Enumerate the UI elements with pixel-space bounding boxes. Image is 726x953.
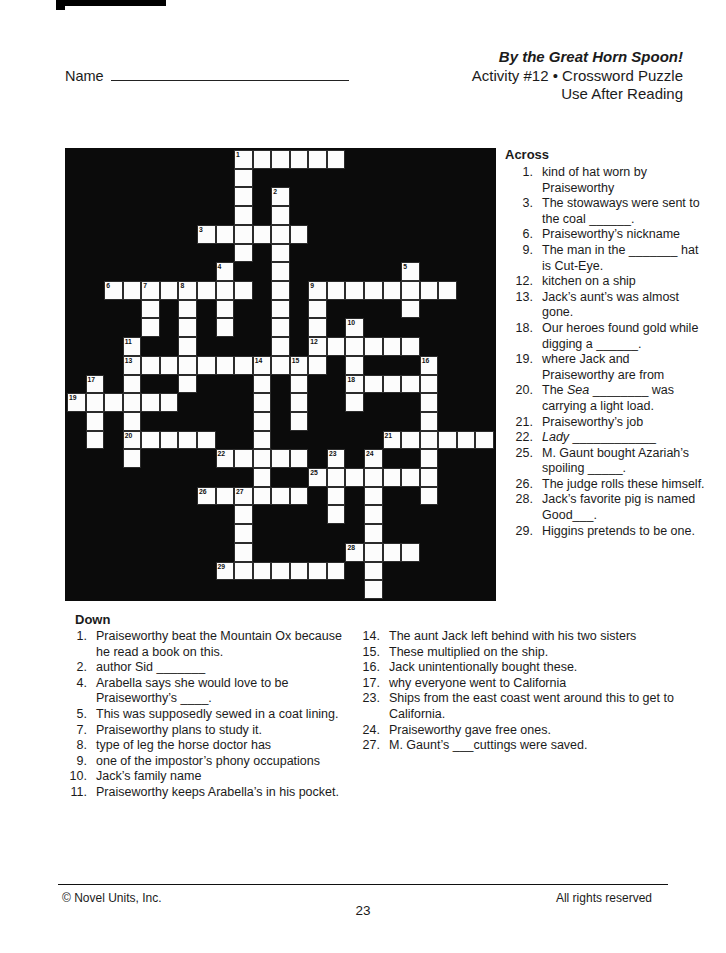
- down-clues-right: 14.The aunt Jack left behind with his tw…: [352, 629, 694, 754]
- grid-cell[interactable]: [234, 187, 253, 206]
- clue-item-number: 16.: [352, 660, 380, 676]
- grid-cell[interactable]: [234, 562, 253, 581]
- grid-cell[interactable]: 28: [345, 543, 364, 562]
- grid-cell[interactable]: [420, 487, 439, 506]
- grid-cell[interactable]: [178, 356, 197, 375]
- grid-cell[interactable]: [141, 300, 160, 319]
- grid-cell[interactable]: [308, 562, 327, 581]
- grid-cell[interactable]: 1: [234, 150, 253, 169]
- grid-cell[interactable]: 27: [234, 487, 253, 506]
- clue-item-number: 11.: [59, 785, 87, 801]
- grid-cell[interactable]: [271, 206, 290, 225]
- clue-number: 11: [125, 338, 132, 346]
- grid-cell[interactable]: [290, 412, 309, 431]
- clue-item-text: Praiseworthy keeps Arabella’s in his poc…: [96, 785, 339, 799]
- grid-cell[interactable]: 24: [364, 449, 383, 468]
- clue-item: 1.Praiseworthy beat the Mountain Ox beca…: [59, 629, 359, 660]
- clue-number: 5: [403, 263, 407, 271]
- grid-cell[interactable]: [308, 356, 327, 375]
- grid-cell[interactable]: [271, 356, 290, 375]
- grid-cell[interactable]: [475, 431, 494, 450]
- clue-item-text: The judge rolls these himself.: [542, 477, 705, 491]
- clue-item-number: 15.: [352, 645, 380, 661]
- grid-cell[interactable]: [253, 487, 272, 506]
- clue-number: 19: [69, 394, 77, 402]
- clue-number: 16: [422, 357, 430, 365]
- grid-cell[interactable]: [271, 300, 290, 319]
- grid-cell[interactable]: 22: [216, 449, 235, 468]
- clue-item: 29.Higgins pretends to be one.: [505, 524, 705, 540]
- grid-cell[interactable]: [234, 505, 253, 524]
- clue-number: 4: [218, 263, 222, 271]
- grid-cell[interactable]: [345, 337, 364, 356]
- grid-cell[interactable]: [420, 412, 439, 431]
- grid-cell[interactable]: [290, 487, 309, 506]
- grid-cell[interactable]: [253, 468, 272, 487]
- grid-cell[interactable]: [308, 150, 327, 169]
- clue-item: 13.Jack’s aunt’s was almost gone.: [505, 290, 705, 321]
- grid-cell[interactable]: [457, 431, 476, 450]
- clue-item: 7.Praiseworthy plans to study it.: [59, 723, 359, 739]
- grid-cell[interactable]: [401, 337, 420, 356]
- grid-cell[interactable]: [364, 580, 383, 599]
- grid-cell[interactable]: [123, 393, 142, 412]
- grid-cell[interactable]: [327, 562, 346, 581]
- clue-number: 17: [88, 376, 96, 384]
- grid-cell[interactable]: [123, 412, 142, 431]
- grid-cell[interactable]: [364, 487, 383, 506]
- grid-cell[interactable]: [420, 449, 439, 468]
- grid-cell[interactable]: [327, 281, 346, 300]
- clue-item-number: 5.: [59, 707, 87, 723]
- grid-cell[interactable]: [216, 487, 235, 506]
- clue-number: 29: [218, 563, 226, 571]
- clue-item-text: These multiplied on the ship.: [389, 645, 548, 659]
- clue-item-text: one of the impostor’s phony occupations: [96, 754, 320, 768]
- clue-item-text: kitchen on a ship: [542, 274, 636, 288]
- grid-cell[interactable]: [178, 337, 197, 356]
- clue-item: 9.The man in the _______ hat is Cut-Eye.: [505, 243, 705, 274]
- clue-item: 6.Praiseworthy’s nickname: [505, 227, 705, 243]
- clue-number: 15: [292, 357, 300, 365]
- clue-number: 6: [106, 282, 110, 290]
- grid-cell[interactable]: [327, 337, 346, 356]
- clue-item-number: 29.: [505, 524, 533, 540]
- grid-cell[interactable]: [271, 262, 290, 281]
- clue-number: 3: [199, 226, 203, 234]
- clue-number: 12: [310, 338, 318, 346]
- grid-cell[interactable]: [345, 356, 364, 375]
- clue-number: 23: [329, 450, 337, 458]
- grid-cell[interactable]: [234, 449, 253, 468]
- down-title: Down: [75, 612, 110, 627]
- grid-cell[interactable]: [308, 318, 327, 337]
- clue-item-text: author Sid _______: [96, 660, 205, 674]
- clue-item: 14.The aunt Jack left behind with his tw…: [352, 629, 694, 645]
- grid-cell[interactable]: [197, 431, 216, 450]
- grid-cell[interactable]: [271, 244, 290, 263]
- use-after-reading: Use After Reading: [472, 85, 683, 104]
- clue-item-text: where Jack and Praiseworthy are from: [542, 352, 664, 382]
- crossword-grid: 1234567891011121314151617181920212223242…: [65, 148, 496, 601]
- grid-cell[interactable]: [345, 393, 364, 412]
- grid-cell[interactable]: [216, 300, 235, 319]
- grid-cell[interactable]: [438, 431, 457, 450]
- grid-cell[interactable]: [420, 431, 439, 450]
- clue-number: 7: [143, 282, 147, 290]
- grid-cell[interactable]: 10: [345, 318, 364, 337]
- clue-number: 10: [347, 319, 355, 327]
- grid-cell[interactable]: [234, 244, 253, 263]
- grid-cell[interactable]: [401, 543, 420, 562]
- clue-number: 26: [199, 488, 207, 496]
- clue-item: 8.type of leg the horse doctor has: [59, 738, 359, 754]
- clue-item: 15.These multiplied on the ship.: [352, 645, 694, 661]
- clue-item-number: 1.: [59, 629, 87, 645]
- clue-number: 22: [218, 450, 226, 458]
- clue-item-number: 13.: [505, 290, 533, 306]
- clue-item-text: Higgins pretends to be one.: [542, 524, 695, 538]
- grid-cell[interactable]: 21: [383, 431, 402, 450]
- clue-item-number: 4.: [59, 676, 87, 692]
- grid-cell[interactable]: 20: [123, 431, 142, 450]
- clue-item-text: Praiseworthy plans to study it.: [96, 723, 262, 737]
- grid-cell[interactable]: [420, 375, 439, 394]
- grid-cell[interactable]: [364, 281, 383, 300]
- grid-cell[interactable]: 26: [197, 487, 216, 506]
- grid-cell[interactable]: [401, 300, 420, 319]
- clue-item-text: M. Gaunt bought Azariah’s spoiling _____…: [542, 446, 689, 476]
- grid-cell[interactable]: 15: [290, 356, 309, 375]
- clue-item-number: 9.: [59, 754, 87, 770]
- grid-cell[interactable]: [383, 375, 402, 394]
- clue-item-number: 6.: [505, 227, 533, 243]
- grid-cell[interactable]: [401, 281, 420, 300]
- clue-item-text: Praiseworthy’s nickname: [542, 227, 680, 241]
- clue-item: 10.Jack’s family name: [59, 769, 359, 785]
- grid-cell[interactable]: [345, 468, 364, 487]
- clue-item-text: Praiseworthy gave free ones.: [389, 723, 551, 737]
- grid-cell[interactable]: 16: [420, 356, 439, 375]
- across-clue-list: Across 1.kind of hat worn by Praiseworth…: [505, 147, 705, 539]
- clue-number: 13: [125, 357, 133, 365]
- clue-item: 16.Jack unintentionally bought these.: [352, 660, 694, 676]
- clue-number: 24: [366, 450, 374, 458]
- clue-item-text: Arabella says she would love to be Prais…: [96, 676, 288, 706]
- clue-item: 28.Jack’s favorite pig is named Good___.: [505, 492, 705, 523]
- grid-cell[interactable]: [383, 281, 402, 300]
- clue-number: 18: [347, 376, 355, 384]
- grid-cell[interactable]: [383, 468, 402, 487]
- clue-item: 4.Arabella says she would love to be Pra…: [59, 676, 359, 707]
- clue-number: 2: [273, 188, 277, 196]
- grid-cell[interactable]: [141, 356, 160, 375]
- grid-cell[interactable]: 4: [216, 262, 235, 281]
- clue-item: 23.Ships from the east coast went around…: [352, 691, 694, 722]
- activity-line: Activity #12 • Crossword Puzzle: [472, 67, 683, 86]
- book-title: By the Great Horn Spoon!: [472, 48, 683, 67]
- grid-cell[interactable]: [234, 206, 253, 225]
- clue-item-number: 8.: [59, 738, 87, 754]
- grid-cell[interactable]: [123, 281, 142, 300]
- clue-item-number: 21.: [505, 415, 533, 431]
- grid-cell[interactable]: [364, 375, 383, 394]
- grid-cell[interactable]: [271, 487, 290, 506]
- clue-item-number: 7.: [59, 723, 87, 739]
- grid-cell[interactable]: [364, 524, 383, 543]
- clue-item-number: 10.: [59, 769, 87, 785]
- clue-item: 18.Our heroes found gold while digging a…: [505, 321, 705, 352]
- clue-item-text: Lady ____________: [542, 430, 656, 444]
- grid-cell[interactable]: [141, 393, 160, 412]
- grid-cell[interactable]: 5: [401, 262, 420, 281]
- clue-item: 24.Praiseworthy gave free ones.: [352, 723, 694, 739]
- grid-cell[interactable]: 23: [327, 449, 346, 468]
- grid-cell[interactable]: [104, 393, 123, 412]
- grid-cell[interactable]: [290, 562, 309, 581]
- grid-cell[interactable]: [160, 356, 179, 375]
- clue-item-text: Praiseworthy’s job: [542, 415, 643, 429]
- clue-item-number: 23.: [352, 691, 380, 707]
- grid-cell[interactable]: [271, 449, 290, 468]
- grid-cell[interactable]: [401, 468, 420, 487]
- grid-cell[interactable]: [327, 150, 346, 169]
- grid-cell[interactable]: [234, 281, 253, 300]
- grid-cell[interactable]: [234, 524, 253, 543]
- clue-number: 28: [347, 544, 355, 552]
- clue-item-text: M. Gaunt’s ___cuttings were saved.: [389, 738, 588, 752]
- grid-cell[interactable]: [420, 393, 439, 412]
- clue-item: 9.one of the impostor’s phony occupation…: [59, 754, 359, 770]
- grid-cell[interactable]: [141, 431, 160, 450]
- clue-item: 26.The judge rolls these himself.: [505, 477, 705, 493]
- clue-item-text: Praiseworthy beat the Mountain Ox becaus…: [96, 629, 342, 659]
- grid-cell[interactable]: [327, 468, 346, 487]
- grid-cell[interactable]: [345, 281, 364, 300]
- clue-number: 25: [310, 469, 318, 477]
- grid-cell[interactable]: 2: [271, 187, 290, 206]
- grid-cell[interactable]: [253, 562, 272, 581]
- grid-cell[interactable]: 29: [216, 562, 235, 581]
- grid-cell[interactable]: [290, 375, 309, 394]
- clue-item-number: 1.: [505, 165, 533, 181]
- clue-item: 1.kind of hat worn by Praiseworthy: [505, 165, 705, 196]
- grid-cell[interactable]: [401, 375, 420, 394]
- grid-cell[interactable]: [178, 300, 197, 319]
- clue-number: 9: [310, 282, 314, 290]
- clue-item: 19.where Jack and Praiseworthy are from: [505, 352, 705, 383]
- clue-item-text: The Sea ________ was carrying a light lo…: [542, 383, 674, 413]
- grid-cell[interactable]: 13: [123, 356, 142, 375]
- grid-cell[interactable]: [86, 412, 105, 431]
- clue-item-text: Jack unintentionally bought these.: [389, 660, 577, 674]
- clue-item-number: 24.: [352, 723, 380, 739]
- grid-cell[interactable]: [253, 150, 272, 169]
- clue-item-number: 22.: [505, 430, 533, 446]
- grid-cell[interactable]: 25: [308, 468, 327, 487]
- grid-cell[interactable]: [364, 543, 383, 562]
- clue-number: 27: [236, 488, 244, 496]
- clue-number: 21: [385, 432, 393, 440]
- grid-cell[interactable]: 11: [123, 337, 142, 356]
- clue-item-number: 28.: [505, 492, 533, 508]
- grid-cell[interactable]: [123, 449, 142, 468]
- clue-item-text: Our heroes found gold while digging a __…: [542, 321, 698, 351]
- clue-item: 21.Praiseworthy’s job: [505, 415, 705, 431]
- clue-item-number: 2.: [59, 660, 87, 676]
- clue-item-text: This was supposedly sewed in a coat lini…: [96, 707, 339, 721]
- grid-cell[interactable]: 7: [141, 281, 160, 300]
- name-label: Name: [65, 68, 104, 84]
- grid-cell[interactable]: [123, 375, 142, 394]
- clue-item-text: The aunt Jack left behind with his two s…: [389, 629, 636, 643]
- clue-number: 20: [125, 432, 133, 440]
- grid-cell[interactable]: [271, 150, 290, 169]
- grid-cell[interactable]: [234, 356, 253, 375]
- worksheet-title-block: By the Great Horn Spoon! Activity #12 • …: [472, 48, 683, 104]
- grid-cell[interactable]: [271, 562, 290, 581]
- clue-item: 22.Lady ____________: [505, 430, 705, 446]
- worksheet-page: Name By the Great Horn Spoon! Activity #…: [0, 0, 726, 953]
- grid-cell[interactable]: [253, 449, 272, 468]
- grid-cell[interactable]: [290, 449, 309, 468]
- grid-cell[interactable]: 12: [308, 337, 327, 356]
- clue-item: 12.kitchen on a ship: [505, 274, 705, 290]
- grid-cell[interactable]: [216, 225, 235, 244]
- grid-cell[interactable]: [234, 169, 253, 188]
- clue-item-number: 14.: [352, 629, 380, 645]
- grid-cell[interactable]: [271, 337, 290, 356]
- clue-number: 14: [255, 357, 263, 365]
- grid-cell[interactable]: [197, 356, 216, 375]
- grid-cell[interactable]: [327, 505, 346, 524]
- clue-item: 5.This was supposedly sewed in a coat li…: [59, 707, 359, 723]
- clue-item-text: kind of hat worn by Praiseworthy: [542, 165, 647, 195]
- footer-rule: [58, 884, 668, 885]
- across-clues: 1.kind of hat worn by Praiseworthy3.The …: [505, 165, 705, 539]
- grid-cell[interactable]: [290, 225, 309, 244]
- name-row: Name: [65, 66, 349, 84]
- clue-item-text: Jack’s favorite pig is named Good___.: [542, 492, 695, 522]
- clue-item-number: 19.: [505, 352, 533, 368]
- grid-cell[interactable]: [253, 393, 272, 412]
- grid-cell[interactable]: [327, 487, 346, 506]
- grid-cell[interactable]: [86, 393, 105, 412]
- grid-cell[interactable]: [290, 150, 309, 169]
- grid-cell[interactable]: [178, 375, 197, 394]
- grid-cell[interactable]: [383, 543, 402, 562]
- down-clues-left: 1.Praiseworthy beat the Mountain Ox beca…: [59, 629, 359, 801]
- clue-item-number: 18.: [505, 321, 533, 337]
- clue-item-text: type of leg the horse doctor has: [96, 738, 271, 752]
- grid-cell[interactable]: [364, 337, 383, 356]
- clue-item-text: Ships from the east coast went around th…: [389, 691, 674, 721]
- grid-cell[interactable]: 9: [308, 281, 327, 300]
- page-number: 23: [0, 903, 726, 918]
- grid-cell[interactable]: 19: [67, 393, 86, 412]
- grid-cell[interactable]: [160, 393, 179, 412]
- clue-item-number: 3.: [505, 196, 533, 212]
- clue-item-number: 25.: [505, 446, 533, 462]
- grid-cell[interactable]: [364, 505, 383, 524]
- grid-cell[interactable]: [178, 318, 197, 337]
- grid-cell[interactable]: [401, 431, 420, 450]
- clue-item: 20.The Sea ________ was carrying a light…: [505, 383, 705, 414]
- name-fill-line[interactable]: [111, 66, 349, 81]
- clue-item: 25.M. Gaunt bought Azariah’s spoiling __…: [505, 446, 705, 477]
- grid-cell[interactable]: [160, 431, 179, 450]
- clue-item-number: 27.: [352, 738, 380, 754]
- clue-item-number: 20.: [505, 383, 533, 399]
- clue-item-text: The stowaways were sent to the coal ____…: [542, 196, 700, 226]
- grid-cell[interactable]: [290, 393, 309, 412]
- grid-cell[interactable]: [216, 318, 235, 337]
- clue-item-number: 12.: [505, 274, 533, 290]
- clue-item-number: 17.: [352, 676, 380, 692]
- clue-item-number: 9.: [505, 243, 533, 259]
- clue-item-text: Jack’s aunt’s was almost gone.: [542, 290, 679, 320]
- grid-cell[interactable]: [438, 281, 457, 300]
- clue-item: 11.Praiseworthy keeps Arabella’s in his …: [59, 785, 359, 801]
- grid-cell[interactable]: [364, 468, 383, 487]
- grid-cell[interactable]: [253, 225, 272, 244]
- clue-item: 2.author Sid _______: [59, 660, 359, 676]
- grid-cell[interactable]: [420, 281, 439, 300]
- grid-cell[interactable]: [234, 225, 253, 244]
- clue-item: 3.The stowaways were sent to the coal __…: [505, 196, 705, 227]
- grid-cell[interactable]: [253, 412, 272, 431]
- grid-cell[interactable]: [383, 337, 402, 356]
- grid-cell[interactable]: [253, 431, 272, 450]
- across-title: Across: [505, 147, 705, 162]
- clue-item-number: 26.: [505, 477, 533, 493]
- grid-cell[interactable]: [271, 281, 290, 300]
- grid-cell[interactable]: [253, 375, 272, 394]
- grid-cell[interactable]: [178, 431, 197, 450]
- grid-cell[interactable]: [271, 225, 290, 244]
- grid-cell[interactable]: [364, 562, 383, 581]
- grid-cell[interactable]: [141, 318, 160, 337]
- clue-number: 8: [180, 282, 184, 290]
- grid-cell[interactable]: [420, 468, 439, 487]
- clue-item-text: Jack’s family name: [96, 769, 201, 783]
- grid-cell[interactable]: [86, 431, 105, 450]
- grid-cell[interactable]: 14: [253, 356, 272, 375]
- clue-item: 27.M. Gaunt’s ___cuttings were saved.: [352, 738, 694, 754]
- grid-cell[interactable]: [234, 543, 253, 562]
- grid-cell[interactable]: [271, 318, 290, 337]
- grid-cell[interactable]: [160, 281, 179, 300]
- clue-item: 17.why everyone went to California: [352, 676, 694, 692]
- clue-item-text: why everyone went to California: [389, 676, 566, 690]
- grid-cell[interactable]: 6: [104, 281, 123, 300]
- scan-artifact: [56, 0, 65, 10]
- grid-cell[interactable]: [308, 300, 327, 319]
- grid-cell[interactable]: [197, 281, 216, 300]
- grid-cell[interactable]: [216, 356, 235, 375]
- grid-cell[interactable]: [216, 281, 235, 300]
- grid-cell[interactable]: 3: [197, 225, 216, 244]
- scan-artifact: [56, 0, 166, 6]
- clue-number: 1: [236, 151, 240, 159]
- grid-cell[interactable]: 17: [86, 375, 105, 394]
- grid-cell[interactable]: 18: [345, 375, 364, 394]
- grid-cell[interactable]: 8: [178, 281, 197, 300]
- clue-item-text: The man in the _______ hat is Cut-Eye.: [542, 243, 698, 273]
